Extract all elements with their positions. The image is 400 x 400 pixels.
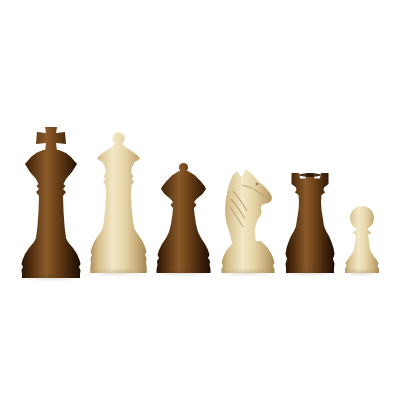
- piece-bishop: [156, 162, 211, 273]
- knight-head: [225, 169, 272, 243]
- rook-top-hollow: [299, 173, 321, 177]
- knight-eye: [255, 183, 258, 186]
- queen-figure: [90, 131, 147, 273]
- king-cross-icon: [36, 127, 66, 151]
- king-body: [21, 150, 80, 278]
- bishop-figure: [156, 162, 211, 273]
- knight-base: [221, 241, 274, 273]
- pawn-body: [345, 227, 379, 273]
- piece-king: [21, 126, 81, 278]
- piece-knight: [220, 169, 276, 273]
- king-figure: [21, 126, 81, 278]
- bishop-ball-top: [178, 163, 187, 172]
- pawn-ball-top: [350, 206, 374, 230]
- queen-ball-top: [112, 132, 124, 144]
- bishop-body: [156, 171, 210, 273]
- piece-rook: [285, 170, 335, 273]
- queen-body: [90, 144, 146, 273]
- knight-figure: [220, 169, 276, 273]
- pawn-figure: [344, 205, 380, 273]
- rook-body: [285, 173, 334, 273]
- rook-figure: [285, 170, 335, 273]
- piece-queen: [90, 131, 147, 273]
- piece-pawn: [344, 205, 380, 273]
- chess-piece-lineup: [0, 0, 400, 400]
